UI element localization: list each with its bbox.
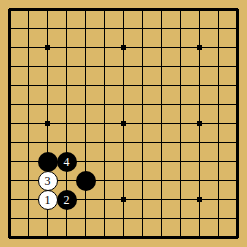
- board-cell[interactable]: [171, 209, 190, 228]
- board-cell[interactable]: [228, 152, 247, 171]
- board-cell[interactable]: [209, 209, 228, 228]
- board-cell[interactable]: [0, 0, 19, 19]
- board-cell[interactable]: [0, 190, 19, 209]
- board-cell[interactable]: [152, 57, 171, 76]
- board-cell[interactable]: [152, 76, 171, 95]
- board-cell[interactable]: [0, 76, 19, 95]
- board-cell[interactable]: [228, 57, 247, 76]
- board-cell[interactable]: [171, 38, 190, 57]
- board-cell[interactable]: [114, 152, 133, 171]
- board-cell[interactable]: [57, 76, 76, 95]
- board-cell[interactable]: [0, 133, 19, 152]
- board-cell[interactable]: [95, 133, 114, 152]
- star-point: [121, 121, 126, 126]
- board-cell[interactable]: [19, 114, 38, 133]
- board-cell[interactable]: [19, 76, 38, 95]
- board-cell[interactable]: 3: [38, 171, 57, 190]
- board-cell[interactable]: [0, 171, 19, 190]
- board-cell[interactable]: [95, 19, 114, 38]
- board-cell[interactable]: [171, 19, 190, 38]
- board-cell[interactable]: [190, 228, 209, 247]
- board-cell[interactable]: [209, 114, 228, 133]
- board-cell[interactable]: [95, 0, 114, 19]
- board-cell[interactable]: [133, 133, 152, 152]
- board-cell[interactable]: 2: [57, 190, 76, 209]
- board-cell[interactable]: [171, 95, 190, 114]
- board-cell[interactable]: [19, 152, 38, 171]
- board-cell[interactable]: [228, 171, 247, 190]
- move-number: 3: [45, 175, 51, 187]
- board-cell[interactable]: [38, 133, 57, 152]
- board-cell[interactable]: [76, 0, 95, 19]
- star-point: [197, 45, 202, 50]
- black-stone: [76, 171, 96, 191]
- board-cell[interactable]: [228, 209, 247, 228]
- star-point: [121, 45, 126, 50]
- board-cell[interactable]: [190, 152, 209, 171]
- board-cell[interactable]: [228, 95, 247, 114]
- board-cell[interactable]: [114, 190, 133, 209]
- board-cell[interactable]: [114, 171, 133, 190]
- board-cell[interactable]: [152, 95, 171, 114]
- star-point: [121, 197, 126, 202]
- board-cell[interactable]: [38, 0, 57, 19]
- board-cell[interactable]: [57, 209, 76, 228]
- board-cell[interactable]: [171, 0, 190, 19]
- board-cell[interactable]: [38, 38, 57, 57]
- board-cell[interactable]: [76, 171, 95, 190]
- board-cell[interactable]: [171, 114, 190, 133]
- board-cell[interactable]: [19, 190, 38, 209]
- board-cell[interactable]: [38, 209, 57, 228]
- board-cell[interactable]: [171, 228, 190, 247]
- board-cell[interactable]: [0, 114, 19, 133]
- board-cell[interactable]: [95, 57, 114, 76]
- board-cell[interactable]: [38, 19, 57, 38]
- board-cell[interactable]: [152, 133, 171, 152]
- board-cell[interactable]: [0, 228, 19, 247]
- board-cell[interactable]: [133, 0, 152, 19]
- board-cell[interactable]: [228, 0, 247, 19]
- board-cell[interactable]: [0, 209, 19, 228]
- board-cell[interactable]: [76, 38, 95, 57]
- black-stone: 2: [57, 190, 77, 210]
- board-cell[interactable]: [57, 19, 76, 38]
- star-point: [197, 197, 202, 202]
- board-cell[interactable]: [19, 228, 38, 247]
- board-cell[interactable]: [38, 76, 57, 95]
- board-cell[interactable]: [38, 57, 57, 76]
- board-cell[interactable]: [114, 95, 133, 114]
- board-cell[interactable]: [209, 152, 228, 171]
- board-cell[interactable]: [19, 38, 38, 57]
- board-cell[interactable]: [38, 228, 57, 247]
- board-cell[interactable]: [190, 95, 209, 114]
- board-cell[interactable]: [0, 57, 19, 76]
- board-cell[interactable]: 1: [38, 190, 57, 209]
- board-cell[interactable]: [190, 209, 209, 228]
- move-number: 1: [45, 194, 51, 206]
- board-cell[interactable]: [114, 76, 133, 95]
- board-cell[interactable]: [209, 133, 228, 152]
- board-cell[interactable]: [95, 228, 114, 247]
- board-cell[interactable]: [114, 209, 133, 228]
- board-cell[interactable]: [152, 0, 171, 19]
- board-cell[interactable]: [38, 114, 57, 133]
- board-cell[interactable]: [228, 190, 247, 209]
- board-cell[interactable]: [133, 57, 152, 76]
- board-cell[interactable]: [114, 228, 133, 247]
- board-cell[interactable]: [152, 19, 171, 38]
- board-cell[interactable]: [133, 95, 152, 114]
- board-cell[interactable]: [19, 57, 38, 76]
- board-cell[interactable]: [133, 19, 152, 38]
- board-cell[interactable]: [76, 76, 95, 95]
- board-cell[interactable]: [209, 228, 228, 247]
- board-cell[interactable]: [152, 114, 171, 133]
- board-cell[interactable]: [209, 95, 228, 114]
- board-cell[interactable]: [57, 133, 76, 152]
- board-cell[interactable]: [190, 133, 209, 152]
- board-cell[interactable]: [152, 190, 171, 209]
- board-cell[interactable]: [171, 171, 190, 190]
- board-cell[interactable]: [76, 209, 95, 228]
- board-cell[interactable]: [228, 19, 247, 38]
- board-cell[interactable]: [209, 171, 228, 190]
- board-cell[interactable]: [95, 38, 114, 57]
- move-number: 2: [64, 194, 70, 206]
- board-cell[interactable]: [19, 0, 38, 19]
- black-stone: 4: [57, 152, 77, 172]
- board-cell[interactable]: [114, 57, 133, 76]
- board-cell[interactable]: [0, 95, 19, 114]
- board-cell[interactable]: [133, 76, 152, 95]
- board-cell[interactable]: [114, 0, 133, 19]
- board-cell[interactable]: [209, 38, 228, 57]
- board-cell[interactable]: [76, 19, 95, 38]
- board-cell[interactable]: [152, 38, 171, 57]
- board-cell[interactable]: [133, 152, 152, 171]
- board-cell[interactable]: [95, 152, 114, 171]
- board-cell[interactable]: [209, 19, 228, 38]
- board-cell[interactable]: [114, 133, 133, 152]
- board-cell[interactable]: [152, 171, 171, 190]
- board-cell[interactable]: [95, 114, 114, 133]
- board-cell[interactable]: [57, 114, 76, 133]
- board-cell[interactable]: [57, 228, 76, 247]
- board-cell[interactable]: [209, 76, 228, 95]
- go-board: 4312: [0, 0, 247, 247]
- star-point: [45, 45, 50, 50]
- board-cell[interactable]: [152, 152, 171, 171]
- board-cell[interactable]: [133, 38, 152, 57]
- board-cell[interactable]: [95, 171, 114, 190]
- board-cell[interactable]: [190, 38, 209, 57]
- board-cell[interactable]: [57, 38, 76, 57]
- board-cell[interactable]: [19, 95, 38, 114]
- board-cell[interactable]: [190, 57, 209, 76]
- board-cell[interactable]: [76, 190, 95, 209]
- board-cell[interactable]: [76, 133, 95, 152]
- board-cell[interactable]: [0, 38, 19, 57]
- board-cell[interactable]: [76, 228, 95, 247]
- board-cell[interactable]: [133, 114, 152, 133]
- board-cell[interactable]: [114, 38, 133, 57]
- board-cell[interactable]: [57, 95, 76, 114]
- board-cell[interactable]: [228, 228, 247, 247]
- board-cell[interactable]: [19, 133, 38, 152]
- white-stone: 3: [38, 171, 58, 191]
- board-cell[interactable]: [190, 19, 209, 38]
- board-cell[interactable]: [171, 152, 190, 171]
- board-cell[interactable]: [19, 171, 38, 190]
- board-cell[interactable]: [190, 171, 209, 190]
- white-stone: 1: [38, 190, 58, 210]
- board-cell[interactable]: [152, 209, 171, 228]
- board-cell[interactable]: 4: [57, 152, 76, 171]
- board-cell[interactable]: [95, 209, 114, 228]
- board-cell[interactable]: [38, 152, 57, 171]
- board-cell[interactable]: [190, 0, 209, 19]
- board-cell[interactable]: [38, 95, 57, 114]
- board-cell[interactable]: [57, 171, 76, 190]
- board-cell[interactable]: [209, 190, 228, 209]
- board-cell[interactable]: [114, 114, 133, 133]
- board-cell[interactable]: [190, 190, 209, 209]
- board-cell[interactable]: [228, 133, 247, 152]
- board-cell[interactable]: [171, 133, 190, 152]
- board-cell[interactable]: [76, 152, 95, 171]
- board-cell[interactable]: [228, 114, 247, 133]
- board-cell[interactable]: [209, 57, 228, 76]
- board-cell[interactable]: [152, 228, 171, 247]
- black-stone: [38, 152, 58, 172]
- board-cell[interactable]: [228, 76, 247, 95]
- board-cell[interactable]: [57, 57, 76, 76]
- board-cell[interactable]: [19, 209, 38, 228]
- board-cell[interactable]: [76, 114, 95, 133]
- board-cell[interactable]: [209, 0, 228, 19]
- board-cell[interactable]: [171, 76, 190, 95]
- board-cell[interactable]: [95, 95, 114, 114]
- board-cell[interactable]: [133, 228, 152, 247]
- board-cell[interactable]: [95, 76, 114, 95]
- board-cell[interactable]: [0, 152, 19, 171]
- board-cell[interactable]: [171, 57, 190, 76]
- star-point: [197, 121, 202, 126]
- board-cell[interactable]: [95, 190, 114, 209]
- board-cell[interactable]: [57, 0, 76, 19]
- move-number: 4: [64, 156, 70, 168]
- board-cell[interactable]: [133, 171, 152, 190]
- board-cell[interactable]: [76, 57, 95, 76]
- board-cell[interactable]: [190, 76, 209, 95]
- board-cell[interactable]: [76, 95, 95, 114]
- board-cell[interactable]: [228, 38, 247, 57]
- board-cell[interactable]: [19, 19, 38, 38]
- board-cell[interactable]: [190, 114, 209, 133]
- board-cell[interactable]: [133, 209, 152, 228]
- board-cell[interactable]: [133, 190, 152, 209]
- star-point: [45, 121, 50, 126]
- board-cell[interactable]: [171, 190, 190, 209]
- board-cell[interactable]: [114, 19, 133, 38]
- board-cell[interactable]: [0, 19, 19, 38]
